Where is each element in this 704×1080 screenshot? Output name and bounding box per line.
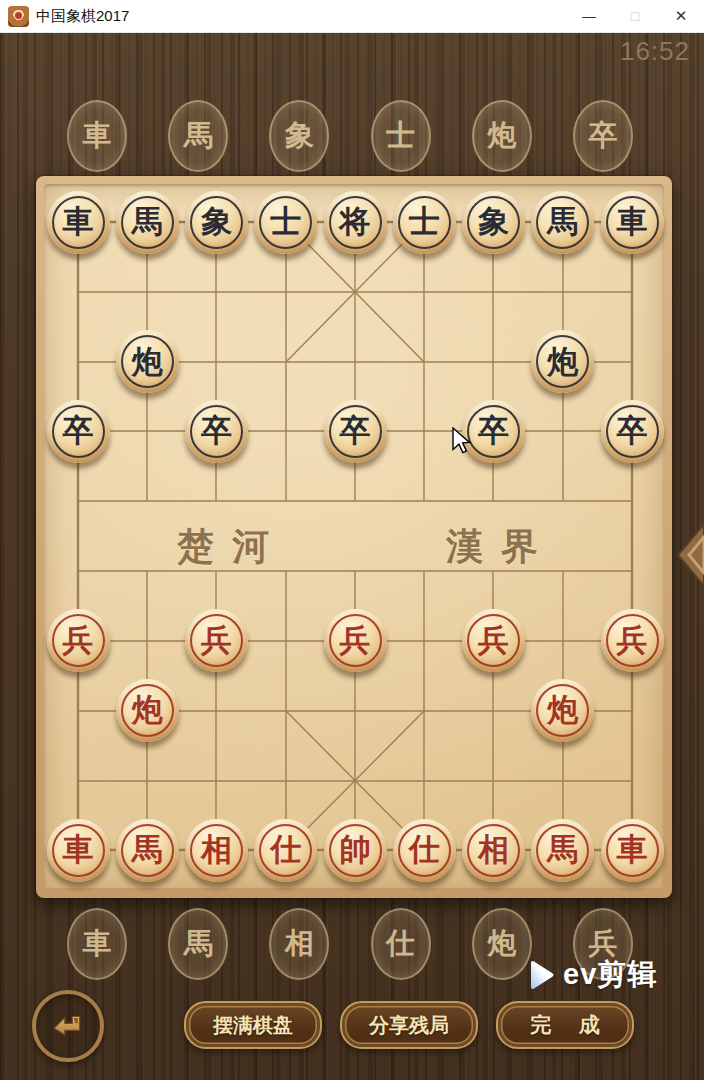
piece-glyph: 兵: [47, 609, 110, 672]
piece-glyph: 兵: [601, 609, 664, 672]
piece-glyph: 卒: [185, 400, 248, 463]
board-piece-black-象[interactable]: 象: [185, 191, 248, 254]
palette-piece-top-象[interactable]: 象: [269, 100, 329, 172]
palette-glyph: 炮: [474, 910, 530, 978]
window-title: 中国象棋2017: [36, 7, 129, 26]
piece-glyph: 卒: [47, 400, 110, 463]
palette-glyph: 馬: [170, 102, 226, 170]
board-piece-black-車[interactable]: 車: [47, 191, 110, 254]
board-piece-black-象[interactable]: 象: [462, 191, 525, 254]
piece-glyph: 馬: [531, 191, 594, 254]
window-controls: — □ ✕: [566, 0, 704, 32]
board-piece-black-馬[interactable]: 馬: [116, 191, 179, 254]
piece-glyph: 士: [393, 191, 456, 254]
watermark: ev剪辑: [527, 955, 657, 995]
palette-glyph: 炮: [474, 102, 530, 170]
board-piece-black-卒[interactable]: 卒: [462, 400, 525, 463]
piece-glyph: 馬: [531, 819, 594, 882]
piece-glyph: 帥: [324, 819, 387, 882]
palette-piece-bottom-炮[interactable]: 炮: [472, 908, 532, 980]
piece-glyph: 仕: [254, 819, 317, 882]
piece-glyph: 馬: [116, 819, 179, 882]
palette-glyph: 相: [271, 910, 327, 978]
palette-piece-top-車[interactable]: 車: [67, 100, 127, 172]
board-piece-red-炮[interactable]: 炮: [116, 679, 179, 742]
palette-glyph: 仕: [373, 910, 429, 978]
watermark-text: ev剪辑: [563, 955, 657, 995]
piece-glyph: 炮: [531, 330, 594, 393]
board-piece-red-仕[interactable]: 仕: [393, 819, 456, 882]
piece-glyph: 象: [462, 191, 525, 254]
fill-board-button[interactable]: 摆满棋盘: [184, 1001, 322, 1049]
piece-glyph: 炮: [531, 679, 594, 742]
piece-glyph: 将: [324, 191, 387, 254]
board-piece-red-炮[interactable]: 炮: [531, 679, 594, 742]
board-piece-red-兵[interactable]: 兵: [462, 609, 525, 672]
piece-glyph: 兵: [462, 609, 525, 672]
piece-glyph: 兵: [185, 609, 248, 672]
board-piece-black-士[interactable]: 士: [254, 191, 317, 254]
close-button[interactable]: ✕: [658, 0, 704, 32]
palette-piece-bottom-相[interactable]: 相: [269, 908, 329, 980]
palette-piece-bottom-車[interactable]: 車: [67, 908, 127, 980]
maximize-button[interactable]: □: [612, 0, 658, 32]
titlebar: 中国象棋2017 — □ ✕: [0, 0, 704, 33]
piece-glyph: 士: [254, 191, 317, 254]
app-icon: [8, 6, 29, 27]
board-piece-red-兵[interactable]: 兵: [47, 609, 110, 672]
board-piece-black-卒[interactable]: 卒: [601, 400, 664, 463]
piece-glyph: 車: [601, 191, 664, 254]
board-piece-black-士[interactable]: 士: [393, 191, 456, 254]
board-piece-black-卒[interactable]: 卒: [185, 400, 248, 463]
palette-piece-bottom-仕[interactable]: 仕: [371, 908, 431, 980]
palette-piece-top-卒[interactable]: 卒: [573, 100, 633, 172]
piece-glyph: 車: [47, 191, 110, 254]
palette-glyph: 車: [69, 102, 125, 170]
palette-glyph: 卒: [575, 102, 631, 170]
piece-glyph: 卒: [324, 400, 387, 463]
board-piece-red-車[interactable]: 車: [601, 819, 664, 882]
piece-glyph: 馬: [116, 191, 179, 254]
board-piece-red-兵[interactable]: 兵: [324, 609, 387, 672]
board-piece-red-仕[interactable]: 仕: [254, 819, 317, 882]
palette-piece-top-馬[interactable]: 馬: [168, 100, 228, 172]
board-piece-black-将[interactable]: 将: [324, 191, 387, 254]
piece-glyph: 相: [462, 819, 525, 882]
piece-glyph: 卒: [462, 400, 525, 463]
piece-glyph: 炮: [116, 679, 179, 742]
side-drawer-handle[interactable]: [676, 523, 704, 587]
river-label-chu: 楚河: [123, 522, 323, 572]
piece-glyph: 車: [47, 819, 110, 882]
board-piece-black-炮[interactable]: 炮: [531, 330, 594, 393]
board-piece-red-兵[interactable]: 兵: [185, 609, 248, 672]
play-logo-icon: [527, 959, 555, 991]
palette-glyph: 車: [69, 910, 125, 978]
palette-glyph: 馬: [170, 910, 226, 978]
piece-glyph: 炮: [116, 330, 179, 393]
board-piece-black-卒[interactable]: 卒: [47, 400, 110, 463]
clock: 16:52: [620, 36, 690, 67]
piece-glyph: 車: [601, 819, 664, 882]
back-button[interactable]: [32, 990, 104, 1062]
board-piece-red-兵[interactable]: 兵: [601, 609, 664, 672]
piece-glyph: 兵: [324, 609, 387, 672]
piece-glyph: 卒: [601, 400, 664, 463]
board-piece-black-車[interactable]: 車: [601, 191, 664, 254]
minimize-button[interactable]: —: [566, 0, 612, 32]
board-piece-red-車[interactable]: 車: [47, 819, 110, 882]
share-endgame-button[interactable]: 分享残局: [340, 1001, 478, 1049]
palette-piece-bottom-馬[interactable]: 馬: [168, 908, 228, 980]
board-piece-red-相[interactable]: 相: [185, 819, 248, 882]
palette-glyph: 士: [373, 102, 429, 170]
board-piece-red-相[interactable]: 相: [462, 819, 525, 882]
palette-piece-top-士[interactable]: 士: [371, 100, 431, 172]
piece-glyph: 仕: [393, 819, 456, 882]
board-piece-red-帥[interactable]: 帥: [324, 819, 387, 882]
piece-glyph: 相: [185, 819, 248, 882]
board-piece-black-炮[interactable]: 炮: [116, 330, 179, 393]
board-piece-red-馬[interactable]: 馬: [116, 819, 179, 882]
palette-glyph: 象: [271, 102, 327, 170]
board-piece-red-馬[interactable]: 馬: [531, 819, 594, 882]
return-arrow-icon: [51, 1009, 85, 1043]
board-piece-black-馬[interactable]: 馬: [531, 191, 594, 254]
river-label-han: 漢界: [392, 522, 592, 572]
palette-piece-top-炮[interactable]: 炮: [472, 100, 532, 172]
app-window: 中国象棋2017 — □ ✕ 16:52: [0, 0, 704, 1080]
done-button[interactable]: 完 成: [496, 1001, 634, 1049]
piece-glyph: 象: [185, 191, 248, 254]
board-piece-black-卒[interactable]: 卒: [324, 400, 387, 463]
